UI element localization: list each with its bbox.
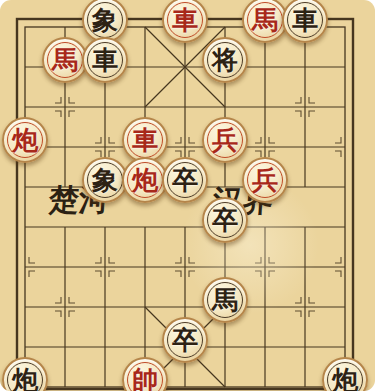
piece-glyph: 車 xyxy=(292,7,318,33)
piece-glyph: 将 xyxy=(212,47,238,73)
piece-glyph: 馬 xyxy=(252,7,278,33)
pieces-layer: 象車馬車馬車将炮車兵象炮卒兵卒馬卒炮帥炮 xyxy=(5,0,365,391)
piece-red-soldier[interactable]: 兵 xyxy=(242,157,288,203)
piece-ring xyxy=(167,322,203,358)
piece-ring xyxy=(87,162,123,198)
piece-ring xyxy=(247,162,283,198)
piece-glyph: 卒 xyxy=(172,327,198,353)
piece-glyph: 炮 xyxy=(12,127,38,153)
piece-black-cannon[interactable]: 炮 xyxy=(2,357,48,391)
piece-ring xyxy=(207,122,243,158)
piece-black-soldier[interactable]: 卒 xyxy=(162,157,208,203)
piece-ring xyxy=(287,2,323,38)
piece-glyph: 兵 xyxy=(252,167,278,193)
piece-glyph: 炮 xyxy=(132,167,158,193)
piece-glyph: 馬 xyxy=(52,47,78,73)
piece-glyph: 車 xyxy=(172,7,198,33)
piece-glyph: 象 xyxy=(92,167,118,193)
piece-glyph: 炮 xyxy=(332,367,358,391)
piece-ring xyxy=(127,122,163,158)
piece-glyph: 卒 xyxy=(212,207,238,233)
piece-glyph: 馬 xyxy=(212,287,238,313)
piece-black-soldier[interactable]: 卒 xyxy=(162,317,208,363)
piece-ring xyxy=(127,362,163,391)
piece-black-soldier[interactable]: 卒 xyxy=(202,197,248,243)
piece-glyph: 炮 xyxy=(12,367,38,391)
piece-ring xyxy=(207,42,243,78)
piece-glyph: 兵 xyxy=(212,127,238,153)
piece-ring xyxy=(127,162,163,198)
piece-ring xyxy=(47,42,83,78)
piece-ring xyxy=(207,282,243,318)
piece-glyph: 卒 xyxy=(172,167,198,193)
xiangqi-board[interactable]: 楚河 汉界 象車馬車馬車将炮車兵象炮卒兵卒馬卒炮帥炮 xyxy=(0,0,375,391)
piece-ring xyxy=(327,362,363,391)
piece-red-soldier[interactable]: 兵 xyxy=(202,117,248,163)
piece-ring xyxy=(207,202,243,238)
piece-glyph: 車 xyxy=(132,127,158,153)
piece-red-chariot[interactable]: 車 xyxy=(162,0,208,43)
piece-black-general[interactable]: 将 xyxy=(202,37,248,83)
piece-black-cannon[interactable]: 炮 xyxy=(322,357,368,391)
piece-black-chariot[interactable]: 車 xyxy=(282,0,328,43)
piece-ring xyxy=(167,162,203,198)
piece-glyph: 象 xyxy=(92,7,118,33)
piece-ring xyxy=(87,2,123,38)
piece-black-horse[interactable]: 馬 xyxy=(202,277,248,323)
piece-ring xyxy=(7,362,43,391)
piece-ring xyxy=(167,2,203,38)
piece-ring xyxy=(247,2,283,38)
piece-glyph: 帥 xyxy=(132,367,158,391)
piece-glyph: 車 xyxy=(92,47,118,73)
piece-red-cannon[interactable]: 炮 xyxy=(2,117,48,163)
piece-black-chariot[interactable]: 車 xyxy=(82,37,128,83)
piece-ring xyxy=(7,122,43,158)
piece-ring xyxy=(87,42,123,78)
piece-red-general[interactable]: 帥 xyxy=(122,357,168,391)
